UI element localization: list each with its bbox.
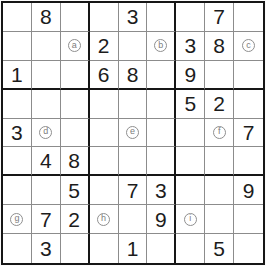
given-digit: 9: [184, 64, 196, 85]
given-digit: 7: [40, 209, 52, 230]
cell-r3c8[interactable]: [205, 61, 234, 90]
cell-r6c8[interactable]: [205, 147, 234, 176]
given-digit: 3: [184, 35, 196, 56]
cell-r2c9[interactable]: c: [234, 32, 263, 61]
cell-r1c2[interactable]: 8: [32, 3, 61, 32]
given-digit: 8: [127, 64, 139, 85]
cell-r9c7[interactable]: [176, 234, 205, 263]
given-digit: 5: [184, 93, 196, 114]
circled-label-g: g: [10, 213, 23, 226]
given-digit: 4: [40, 150, 52, 171]
cell-r8c5[interactable]: [119, 205, 148, 234]
cell-r7c3[interactable]: 5: [61, 176, 90, 205]
cell-r8c2[interactable]: 7: [32, 205, 61, 234]
given-digit: 5: [213, 238, 225, 259]
cell-r7c9[interactable]: 9: [234, 176, 263, 205]
circled-label-a: a: [68, 39, 81, 52]
cell-r9c6[interactable]: [147, 234, 176, 263]
given-digit: 8: [40, 6, 52, 27]
cell-r5c3[interactable]: [61, 119, 90, 148]
cell-r9c9[interactable]: [234, 234, 263, 263]
cell-r1c7[interactable]: [176, 3, 205, 32]
cell-r5c1[interactable]: 3: [3, 119, 32, 148]
given-digit: 2: [68, 209, 80, 230]
circled-label-f: f: [213, 126, 226, 139]
cell-r8c4[interactable]: h: [90, 205, 119, 234]
given-digit: 8: [213, 35, 225, 56]
cell-r4c1[interactable]: [3, 90, 32, 119]
given-digit: 3: [155, 180, 167, 201]
circled-label-h: h: [97, 213, 110, 226]
circled-label-d: d: [39, 126, 52, 139]
cell-r4c6[interactable]: [147, 90, 176, 119]
cell-r4c7[interactable]: 5: [176, 90, 205, 119]
cell-r4c9[interactable]: [234, 90, 263, 119]
cell-r8c1[interactable]: g: [3, 205, 32, 234]
cell-r4c3[interactable]: [61, 90, 90, 119]
cell-r9c5[interactable]: 1: [119, 234, 148, 263]
given-digit: 3: [127, 6, 139, 27]
cell-r7c1[interactable]: [3, 176, 32, 205]
cell-r7c8[interactable]: [205, 176, 234, 205]
cell-r2c4[interactable]: 2: [90, 32, 119, 61]
given-digit: 2: [98, 35, 110, 56]
cell-r8c7[interactable]: i: [176, 205, 205, 234]
cell-r6c3[interactable]: 8: [61, 147, 90, 176]
cell-r8c6[interactable]: 9: [147, 205, 176, 234]
cell-r8c3[interactable]: 2: [61, 205, 90, 234]
cell-r5c6[interactable]: [147, 119, 176, 148]
cell-r9c1[interactable]: [3, 234, 32, 263]
cell-r2c7[interactable]: 3: [176, 32, 205, 61]
cell-r2c3[interactable]: a: [61, 32, 90, 61]
cell-r9c4[interactable]: [90, 234, 119, 263]
cell-r7c6[interactable]: 3: [147, 176, 176, 205]
cell-r5c8[interactable]: f: [205, 119, 234, 148]
given-digit: 3: [11, 122, 23, 143]
given-digit: 8: [68, 150, 80, 171]
sudoku-page: 837a2b38c1689523def7485739g72h9i315: [0, 0, 266, 266]
circled-label-c: c: [242, 39, 255, 52]
cell-r9c2[interactable]: 3: [32, 234, 61, 263]
circled-label-e: e: [126, 126, 139, 139]
cell-r7c2[interactable]: [32, 176, 61, 205]
given-digit: 3: [40, 238, 52, 259]
cell-r3c3[interactable]: [61, 61, 90, 90]
cell-r1c5[interactable]: 3: [119, 3, 148, 32]
cell-r2c1[interactable]: [3, 32, 32, 61]
cell-r4c2[interactable]: [32, 90, 61, 119]
cell-r3c1[interactable]: 1: [3, 61, 32, 90]
cell-r6c9[interactable]: [234, 147, 263, 176]
cell-r2c2[interactable]: [32, 32, 61, 61]
given-digit: 1: [127, 238, 139, 259]
cell-r8c8[interactable]: [205, 205, 234, 234]
cell-r2c5[interactable]: [119, 32, 148, 61]
given-digit: 7: [243, 122, 255, 143]
cell-r1c3[interactable]: [61, 3, 90, 32]
cell-r1c4[interactable]: [90, 3, 119, 32]
cell-r5c5[interactable]: e: [119, 119, 148, 148]
cell-r9c3[interactable]: [61, 234, 90, 263]
cell-r5c4[interactable]: [90, 119, 119, 148]
cell-r6c7[interactable]: [176, 147, 205, 176]
cell-r1c9[interactable]: [234, 3, 263, 32]
cell-r7c7[interactable]: [176, 176, 205, 205]
given-digit: 2: [213, 93, 225, 114]
cell-r3c4[interactable]: 6: [90, 61, 119, 90]
cell-r3c7[interactable]: 9: [176, 61, 205, 90]
cell-r6c6[interactable]: [147, 147, 176, 176]
cell-r3c9[interactable]: [234, 61, 263, 90]
given-digit: 9: [155, 209, 167, 230]
cell-r1c6[interactable]: [147, 3, 176, 32]
cell-r2c8[interactable]: 8: [205, 32, 234, 61]
cell-r5c2[interactable]: d: [32, 119, 61, 148]
cell-r6c5[interactable]: [119, 147, 148, 176]
cell-r9c8[interactable]: 5: [205, 234, 234, 263]
circled-label-b: b: [154, 39, 167, 52]
cell-r1c1[interactable]: [3, 3, 32, 32]
given-digit: 6: [98, 64, 110, 85]
cell-r1c8[interactable]: 7: [205, 3, 234, 32]
given-digit: 5: [68, 180, 80, 201]
cell-r3c2[interactable]: [32, 61, 61, 90]
cell-r5c7[interactable]: [176, 119, 205, 148]
cell-r8c9[interactable]: [234, 205, 263, 234]
cell-r3c5[interactable]: 8: [119, 61, 148, 90]
cell-r4c5[interactable]: [119, 90, 148, 119]
given-digit: 1: [11, 64, 23, 85]
cell-r5c9[interactable]: 7: [234, 119, 263, 148]
circled-label-i: i: [184, 213, 197, 226]
sudoku-board: 837a2b38c1689523def7485739g72h9i315: [1, 1, 265, 265]
given-digit: 7: [127, 180, 139, 201]
cell-r6c1[interactable]: [3, 147, 32, 176]
cell-r4c4[interactable]: [90, 90, 119, 119]
cell-r7c5[interactable]: 7: [119, 176, 148, 205]
given-digit: 7: [213, 6, 225, 27]
given-digit: 9: [243, 180, 255, 201]
cell-r4c8[interactable]: 2: [205, 90, 234, 119]
cell-r6c2[interactable]: 4: [32, 147, 61, 176]
cell-r6c4[interactable]: [90, 147, 119, 176]
cell-r7c4[interactable]: [90, 176, 119, 205]
cell-r3c6[interactable]: [147, 61, 176, 90]
cell-r2c6[interactable]: b: [147, 32, 176, 61]
